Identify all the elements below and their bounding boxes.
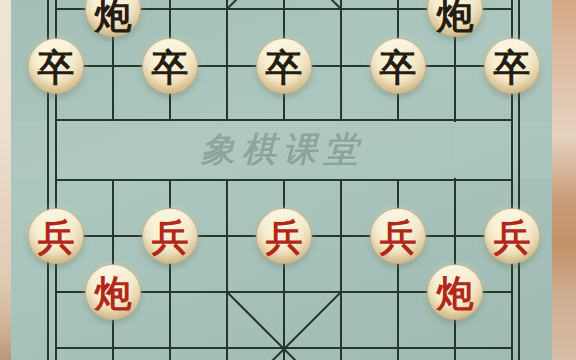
cannon-glyph: 炮 xyxy=(437,0,474,34)
cannon-glyph: 炮 xyxy=(437,275,474,312)
piece-black-soldier[interactable]: 卒 xyxy=(143,39,197,93)
xiangqi-board[interactable]: 象棋课堂 炮炮卒卒卒卒卒兵兵兵兵兵炮炮 xyxy=(0,0,576,360)
piece-red-soldier[interactable]: 兵 xyxy=(143,209,197,263)
cannon-glyph: 炮 xyxy=(95,275,132,312)
soldier-glyph: 卒 xyxy=(380,49,417,86)
piece-black-soldier[interactable]: 卒 xyxy=(257,39,311,93)
soldier-glyph: 兵 xyxy=(266,219,303,256)
soldier-glyph: 兵 xyxy=(494,219,531,256)
piece-red-soldier[interactable]: 兵 xyxy=(371,209,425,263)
piece-black-soldier[interactable]: 卒 xyxy=(29,39,83,93)
piece-black-soldier[interactable]: 卒 xyxy=(371,39,425,93)
soldier-glyph: 兵 xyxy=(38,219,75,256)
piece-red-soldier[interactable]: 兵 xyxy=(29,209,83,263)
cannon-glyph: 炮 xyxy=(95,0,132,34)
piece-black-soldier[interactable]: 卒 xyxy=(485,39,539,93)
soldier-glyph: 兵 xyxy=(380,219,417,256)
soldier-glyph: 卒 xyxy=(152,49,189,86)
piece-red-cannon[interactable]: 炮 xyxy=(428,265,482,319)
soldier-glyph: 卒 xyxy=(494,49,531,86)
piece-red-soldier[interactable]: 兵 xyxy=(257,209,311,263)
piece-red-cannon[interactable]: 炮 xyxy=(86,265,140,319)
soldier-glyph: 卒 xyxy=(38,49,75,86)
piece-red-soldier[interactable]: 兵 xyxy=(485,209,539,263)
soldier-glyph: 卒 xyxy=(266,49,303,86)
soldier-glyph: 兵 xyxy=(152,219,189,256)
